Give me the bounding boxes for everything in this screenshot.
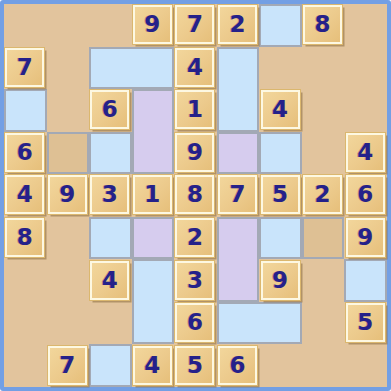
cell-r2c8[interactable] (302, 47, 345, 90)
cell-r9c9[interactable] (344, 344, 387, 387)
cell-r2c3[interactable] (89, 47, 132, 90)
tile-2-r6c5[interactable]: 2 (175, 218, 214, 257)
tile-4-r9c4[interactable]: 4 (133, 346, 172, 385)
cell-r7c9[interactable] (344, 259, 387, 302)
cell-r4c8[interactable] (302, 132, 345, 175)
tile-digit: 7 (229, 183, 245, 206)
tile-digit: 3 (102, 183, 118, 206)
tile-digit: 6 (102, 98, 118, 121)
tile-digit: 8 (315, 13, 331, 36)
cell-r4c6[interactable] (217, 132, 260, 175)
board-frame: 972874614694493187526829439657456 (0, 0, 391, 391)
cell-r7c6[interactable] (217, 259, 260, 302)
cell-r2c2[interactable] (47, 47, 90, 90)
tile-digit: 7 (187, 13, 203, 36)
cell-r7c8[interactable] (302, 259, 345, 302)
cell-r4c3[interactable] (89, 132, 132, 175)
cell-r7c4[interactable] (132, 259, 175, 302)
tile-4-r5c1[interactable]: 4 (5, 175, 44, 214)
tile-2-r5c8[interactable]: 2 (303, 175, 342, 214)
tile-digit: 8 (17, 226, 33, 249)
tile-digit: 9 (272, 269, 288, 292)
cell-r2c6[interactable] (217, 47, 260, 90)
tile-digit: 4 (187, 56, 203, 79)
tile-digit: 4 (144, 354, 160, 377)
cell-r7c2[interactable] (47, 259, 90, 302)
cell-r8c4[interactable] (132, 302, 175, 345)
cell-r6c2[interactable] (47, 217, 90, 260)
tile-digit: 1 (187, 98, 203, 121)
cell-r1c9[interactable] (344, 4, 387, 47)
tile-1-r3c5[interactable]: 1 (175, 90, 214, 129)
tile-5-r9c5[interactable]: 5 (175, 346, 214, 385)
tile-digit: 4 (102, 269, 118, 292)
tile-digit: 8 (187, 183, 203, 206)
tile-digit: 5 (187, 354, 203, 377)
tile-9-r7c7[interactable]: 9 (261, 261, 300, 300)
tile-5-r5c7[interactable]: 5 (261, 175, 300, 214)
cell-r6c3[interactable] (89, 217, 132, 260)
tile-9-r4c5[interactable]: 9 (175, 133, 214, 172)
tile-3-r7c5[interactable]: 3 (175, 261, 214, 300)
tile-4-r3c7[interactable]: 4 (261, 90, 300, 129)
tile-digit: 7 (59, 354, 75, 377)
tile-7-r9c2[interactable]: 7 (48, 346, 87, 385)
cell-r3c9[interactable] (344, 89, 387, 132)
cell-r6c8[interactable] (302, 217, 345, 260)
tile-digit: 1 (144, 183, 160, 206)
cell-r7c1[interactable] (4, 259, 47, 302)
cell-r9c1[interactable] (4, 344, 47, 387)
tile-7-r5c6[interactable]: 7 (218, 175, 257, 214)
cell-r8c6[interactable] (217, 302, 260, 345)
tile-7-r1c5[interactable]: 7 (175, 5, 214, 44)
cell-r3c4[interactable] (132, 89, 175, 132)
tile-digit: 6 (357, 183, 373, 206)
tile-digit: 2 (315, 183, 331, 206)
tile-digit: 9 (59, 183, 75, 206)
cell-r8c1[interactable] (4, 302, 47, 345)
cell-r8c3[interactable] (89, 302, 132, 345)
tile-digit: 7 (17, 56, 33, 79)
tile-8-r5c5[interactable]: 8 (175, 175, 214, 214)
tile-9-r1c4[interactable]: 9 (133, 5, 172, 44)
puzzle-board: 972874614694493187526829439657456 (4, 4, 387, 387)
cell-r4c4[interactable] (132, 132, 175, 175)
tile-1-r5c4[interactable]: 1 (133, 175, 172, 214)
tile-digit: 4 (17, 183, 33, 206)
tile-4-r7c3[interactable]: 4 (90, 261, 129, 300)
cell-r1c2[interactable] (47, 4, 90, 47)
cell-r2c4[interactable] (132, 47, 175, 90)
tile-digit: 4 (357, 141, 373, 164)
tile-6-r8c5[interactable]: 6 (175, 303, 214, 342)
tile-digit: 9 (144, 13, 160, 36)
cell-r2c7[interactable] (259, 47, 302, 90)
cell-r6c4[interactable] (132, 217, 175, 260)
tile-digit: 6 (187, 311, 203, 334)
cell-r2c9[interactable] (344, 47, 387, 90)
tile-2-r1c6[interactable]: 2 (218, 5, 257, 44)
tile-digit: 9 (187, 141, 203, 164)
cell-r6c6[interactable] (217, 217, 260, 260)
cell-r9c7[interactable] (259, 344, 302, 387)
tile-6-r5c9[interactable]: 6 (346, 175, 385, 214)
cell-r4c7[interactable] (259, 132, 302, 175)
cell-r1c1[interactable] (4, 4, 47, 47)
tile-digit: 2 (187, 226, 203, 249)
cell-r1c3[interactable] (89, 4, 132, 47)
cell-r9c8[interactable] (302, 344, 345, 387)
tile-digit: 5 (357, 311, 373, 334)
tile-digit: 9 (357, 226, 373, 249)
tile-digit: 5 (272, 183, 288, 206)
cell-r3c6[interactable] (217, 89, 260, 132)
cell-r4c2[interactable] (47, 132, 90, 175)
cell-r9c3[interactable] (89, 344, 132, 387)
tile-4-r4c9[interactable]: 4 (346, 133, 385, 172)
cell-r8c7[interactable] (259, 302, 302, 345)
tile-8-r1c8[interactable]: 8 (303, 5, 342, 44)
tile-9-r5c2[interactable]: 9 (48, 175, 87, 214)
cell-r8c2[interactable] (47, 302, 90, 345)
tile-digit: 6 (17, 141, 33, 164)
tile-digit: 6 (229, 354, 245, 377)
tile-7-r2c1[interactable]: 7 (5, 48, 44, 87)
cell-r3c1[interactable] (4, 89, 47, 132)
tile-4-r2c5[interactable]: 4 (175, 48, 214, 87)
tile-6-r3c3[interactable]: 6 (90, 90, 129, 129)
cell-r3c8[interactable] (302, 89, 345, 132)
cell-r8c8[interactable] (302, 302, 345, 345)
tile-digit: 2 (229, 13, 245, 36)
cell-r3c2[interactable] (47, 89, 90, 132)
tile-digit: 3 (187, 269, 203, 292)
tile-5-r8c9[interactable]: 5 (346, 303, 385, 342)
tile-6-r9c6[interactable]: 6 (218, 346, 257, 385)
tile-6-r4c1[interactable]: 6 (5, 133, 44, 172)
cell-r6c7[interactable] (259, 217, 302, 260)
tile-3-r5c3[interactable]: 3 (90, 175, 129, 214)
tile-8-r6c1[interactable]: 8 (5, 218, 44, 257)
tile-9-r6c9[interactable]: 9 (346, 218, 385, 257)
tile-digit: 4 (272, 98, 288, 121)
cell-r1c7[interactable] (259, 4, 302, 47)
